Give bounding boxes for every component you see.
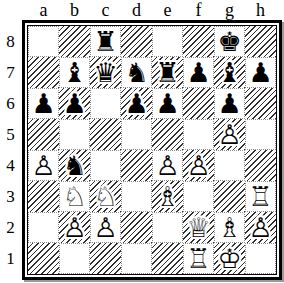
square-d2[interactable] xyxy=(121,212,152,243)
square-a1[interactable] xyxy=(28,243,59,274)
square-f1[interactable]: ♜♖ xyxy=(183,243,214,274)
black-queen-piece: ♛ xyxy=(93,59,117,86)
rank-label-3: 3 xyxy=(0,181,21,212)
square-b2[interactable]: ♟♙ xyxy=(59,212,90,243)
square-h7[interactable]: ♟♟ xyxy=(245,57,276,88)
square-e6[interactable]: ♟♟ xyxy=(152,88,183,119)
square-a2[interactable] xyxy=(28,212,59,243)
rank-label-7: 7 xyxy=(0,57,21,88)
file-label-b: b xyxy=(59,0,90,21)
rank-label-8: 8 xyxy=(0,26,21,57)
square-f2[interactable]: ♛♕ xyxy=(183,212,214,243)
square-b7[interactable]: ♝♝ xyxy=(59,57,90,88)
board-squares: ♜♜♚♚♝♝♛♛♞♞♜♜♟♟♝♝♟♟♟♟♟♟♟♟♟♟♟♟♟♙♟♙♞♞♟♙♟♙♞♘… xyxy=(28,26,276,274)
square-d1[interactable] xyxy=(121,243,152,274)
white-bishop-piece: ♗ xyxy=(217,214,241,241)
square-b3[interactable]: ♞♘ xyxy=(59,181,90,212)
square-c5[interactable] xyxy=(90,119,121,150)
file-label-g: g xyxy=(214,0,245,21)
square-c3[interactable]: ♞♘ xyxy=(90,181,121,212)
square-h4[interactable] xyxy=(245,150,276,181)
square-g6[interactable]: ♟♟ xyxy=(214,88,245,119)
black-pawn-piece: ♟ xyxy=(62,90,86,117)
rank-labels: 87654321 xyxy=(0,26,21,274)
square-c1[interactable] xyxy=(90,243,121,274)
square-f8[interactable] xyxy=(183,26,214,57)
black-rook-piece: ♜ xyxy=(155,59,179,86)
black-bishop-piece: ♝ xyxy=(62,59,86,86)
board-inner-frame: ♜♜♚♚♝♝♛♛♞♞♜♜♟♟♝♝♟♟♟♟♟♟♟♟♟♟♟♟♟♙♟♙♞♞♟♙♟♙♞♘… xyxy=(27,25,277,275)
black-pawn-piece: ♟ xyxy=(155,90,179,117)
square-b4[interactable]: ♞♞ xyxy=(59,150,90,181)
black-pawn-piece: ♟ xyxy=(124,90,148,117)
square-h2[interactable]: ♟♙ xyxy=(245,212,276,243)
square-c4[interactable] xyxy=(90,150,121,181)
black-pawn-piece: ♟ xyxy=(31,90,55,117)
square-b8[interactable] xyxy=(59,26,90,57)
square-b5[interactable] xyxy=(59,119,90,150)
square-c2[interactable]: ♟♙ xyxy=(90,212,121,243)
black-pawn-piece: ♟ xyxy=(186,59,210,86)
white-pawn-piece: ♙ xyxy=(93,214,117,241)
square-g1[interactable]: ♚♔ xyxy=(214,243,245,274)
square-h1[interactable] xyxy=(245,243,276,274)
rank-label-6: 6 xyxy=(0,88,21,119)
square-g4[interactable] xyxy=(214,150,245,181)
white-pawn-piece: ♙ xyxy=(31,152,55,179)
white-knight-piece: ♘ xyxy=(62,183,86,210)
chess-board: ♜♜♚♚♝♝♛♛♞♞♜♜♟♟♝♝♟♟♟♟♟♟♟♟♟♟♟♟♟♙♟♙♞♞♟♙♟♙♞♘… xyxy=(22,20,282,280)
white-rook-piece: ♖ xyxy=(186,245,210,272)
square-a7[interactable] xyxy=(28,57,59,88)
square-e1[interactable] xyxy=(152,243,183,274)
square-f5[interactable] xyxy=(183,119,214,150)
rank-label-2: 2 xyxy=(0,212,21,243)
white-knight-piece: ♘ xyxy=(93,183,117,210)
square-c6[interactable] xyxy=(90,88,121,119)
square-d5[interactable] xyxy=(121,119,152,150)
rank-label-5: 5 xyxy=(0,119,21,150)
white-pawn-piece: ♙ xyxy=(186,152,210,179)
square-e8[interactable] xyxy=(152,26,183,57)
square-g2[interactable]: ♝♗ xyxy=(214,212,245,243)
square-e3[interactable]: ♝♗ xyxy=(152,181,183,212)
file-label-a: a xyxy=(28,0,59,21)
square-f7[interactable]: ♟♟ xyxy=(183,57,214,88)
square-h8[interactable] xyxy=(245,26,276,57)
black-rook-piece: ♜ xyxy=(93,28,117,55)
square-e5[interactable] xyxy=(152,119,183,150)
white-pawn-piece: ♙ xyxy=(248,214,272,241)
square-d4[interactable] xyxy=(121,150,152,181)
square-f4[interactable]: ♟♙ xyxy=(183,150,214,181)
square-h5[interactable] xyxy=(245,119,276,150)
square-d8[interactable] xyxy=(121,26,152,57)
black-knight-piece: ♞ xyxy=(124,59,148,86)
file-label-d: d xyxy=(121,0,152,21)
square-h6[interactable] xyxy=(245,88,276,119)
white-king-piece: ♔ xyxy=(217,245,241,272)
square-a5[interactable] xyxy=(28,119,59,150)
square-g8[interactable]: ♚♚ xyxy=(214,26,245,57)
black-pawn-piece: ♟ xyxy=(217,90,241,117)
white-pawn-piece: ♙ xyxy=(155,152,179,179)
square-a8[interactable] xyxy=(28,26,59,57)
square-e2[interactable] xyxy=(152,212,183,243)
rank-label-1: 1 xyxy=(0,243,21,274)
square-f6[interactable] xyxy=(183,88,214,119)
square-e4[interactable]: ♟♙ xyxy=(152,150,183,181)
square-c7[interactable]: ♛♛ xyxy=(90,57,121,88)
file-label-h: h xyxy=(245,0,276,21)
black-bishop-piece: ♝ xyxy=(217,59,241,86)
square-a6[interactable]: ♟♟ xyxy=(28,88,59,119)
square-e7[interactable]: ♜♜ xyxy=(152,57,183,88)
square-b1[interactable] xyxy=(59,243,90,274)
black-knight-piece: ♞ xyxy=(62,152,86,179)
square-a4[interactable]: ♟♙ xyxy=(28,150,59,181)
square-h3[interactable]: ♜♖ xyxy=(245,181,276,212)
white-bishop-piece: ♗ xyxy=(155,183,179,210)
white-pawn-piece: ♙ xyxy=(62,214,86,241)
square-g5[interactable]: ♟♙ xyxy=(214,119,245,150)
square-g7[interactable]: ♝♝ xyxy=(214,57,245,88)
square-g3[interactable] xyxy=(214,181,245,212)
white-queen-piece: ♕ xyxy=(186,214,210,241)
file-label-f: f xyxy=(183,0,214,21)
file-label-c: c xyxy=(90,0,121,21)
file-label-e: e xyxy=(152,0,183,21)
black-pawn-piece: ♟ xyxy=(248,59,272,86)
square-a3[interactable] xyxy=(28,181,59,212)
square-c8[interactable]: ♜♜ xyxy=(90,26,121,57)
black-king-piece: ♚ xyxy=(217,28,241,55)
file-labels: abcdefgh xyxy=(28,0,276,20)
square-f3[interactable] xyxy=(183,181,214,212)
white-rook-piece: ♖ xyxy=(248,183,272,210)
square-d7[interactable]: ♞♞ xyxy=(121,57,152,88)
square-d6[interactable]: ♟♟ xyxy=(121,88,152,119)
white-pawn-piece: ♙ xyxy=(217,121,241,148)
square-b6[interactable]: ♟♟ xyxy=(59,88,90,119)
chess-diagram: abcdefgh 87654321 ♜♜♚♚♝♝♛♛♞♞♜♜♟♟♝♝♟♟♟♟♟♟… xyxy=(0,0,284,283)
rank-label-4: 4 xyxy=(0,150,21,181)
square-d3[interactable] xyxy=(121,181,152,212)
